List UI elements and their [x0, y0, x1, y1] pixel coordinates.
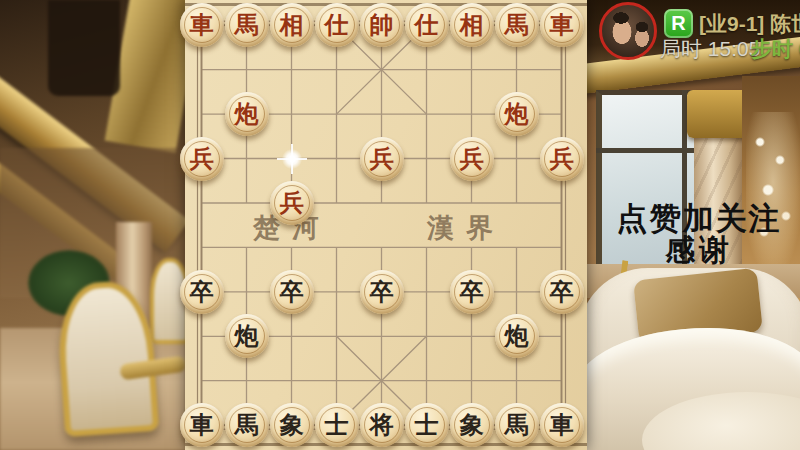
support-text-line2: 感谢 [600, 230, 798, 271]
piece-glyph: 相 [280, 13, 304, 37]
piece-glyph: 馬 [235, 13, 259, 37]
board-cell[interactable] [224, 359, 269, 403]
board-cell[interactable] [404, 181, 449, 225]
piece-black-general[interactable]: 将 [360, 403, 404, 447]
board-cell[interactable]: 兵 [539, 136, 584, 180]
board-cell[interactable] [449, 359, 494, 403]
stream-frame: 楚河 漢界 車馬相仕帥仕相馬車炮炮兵兵兵兵兵卒卒卒卒卒炮炮車馬象士将士象馬車 R… [0, 0, 800, 450]
piece-black-elephant[interactable]: 象 [270, 403, 314, 447]
piece-grid: 車馬相仕帥仕相馬車炮炮兵兵兵兵兵卒卒卒卒卒炮炮車馬象士将士象馬車 [179, 3, 584, 447]
piece-glyph: 炮 [505, 102, 529, 126]
board-cell[interactable] [404, 92, 449, 136]
board-cell[interactable] [404, 314, 449, 358]
board-cell[interactable] [224, 225, 269, 269]
board-cell[interactable]: 馬 [224, 3, 269, 47]
piece-glyph: 兵 [280, 191, 304, 215]
board-cell[interactable] [539, 181, 584, 225]
board-cell[interactable] [314, 359, 359, 403]
board-cell[interactable] [269, 225, 314, 269]
piece-red-advisor[interactable]: 仕 [405, 3, 449, 47]
board-cell[interactable] [359, 314, 404, 358]
piece-glyph: 卒 [190, 280, 214, 304]
piece-glyph: 車 [190, 13, 214, 37]
board-cell[interactable]: 車 [539, 3, 584, 47]
board-cell[interactable]: 炮 [494, 92, 539, 136]
board-cell[interactable] [494, 181, 539, 225]
piece-glyph: 相 [460, 13, 484, 37]
board-cell[interactable] [359, 359, 404, 403]
piece-glyph: 士 [325, 413, 349, 437]
xiangqi-board[interactable]: 楚河 漢界 車馬相仕帥仕相馬車炮炮兵兵兵兵兵卒卒卒卒卒炮炮車馬象士将士象馬車 [185, 0, 587, 450]
board-cell[interactable] [539, 314, 584, 358]
background-left-gold-room [0, 0, 186, 450]
piece-glyph: 象 [280, 413, 304, 437]
piece-red-advisor[interactable]: 仕 [315, 3, 359, 47]
piece-glyph: 兵 [550, 147, 574, 171]
piece-glyph: 仕 [325, 13, 349, 37]
board-cell[interactable]: 馬 [224, 403, 269, 447]
board-cell[interactable] [539, 92, 584, 136]
board-cell[interactable] [539, 225, 584, 269]
board-cell[interactable] [449, 92, 494, 136]
board-cell[interactable]: 卒 [539, 270, 584, 314]
board-cell[interactable]: 仕 [404, 3, 449, 47]
board-cell[interactable] [494, 225, 539, 269]
piece-black-soldier[interactable]: 卒 [540, 270, 584, 314]
bg-gold-capital [687, 90, 749, 138]
piece-black-soldier[interactable]: 卒 [270, 270, 314, 314]
board-cell[interactable]: 兵 [359, 136, 404, 180]
board-cell[interactable]: 卒 [269, 270, 314, 314]
board-cell[interactable] [314, 225, 359, 269]
board-cell[interactable] [494, 136, 539, 180]
piece-glyph: 仕 [415, 13, 439, 37]
board-cell[interactable] [494, 270, 539, 314]
board-cell[interactable] [224, 136, 269, 180]
piece-glyph: 象 [460, 413, 484, 437]
piece-red-cannon[interactable]: 炮 [225, 92, 269, 136]
board-cell[interactable]: 象 [269, 403, 314, 447]
board-cell[interactable]: 炮 [224, 92, 269, 136]
board-cell[interactable]: 卒 [449, 270, 494, 314]
board-cell[interactable]: 帥 [359, 3, 404, 47]
board-cell[interactable] [314, 92, 359, 136]
piece-black-advisor[interactable]: 士 [315, 403, 359, 447]
board-cell[interactable] [404, 47, 449, 91]
piece-red-cannon[interactable]: 炮 [495, 92, 539, 136]
piece-glyph: 馬 [505, 413, 529, 437]
piece-black-elephant[interactable]: 象 [450, 403, 494, 447]
board-cell[interactable]: 卒 [179, 270, 224, 314]
board-cell[interactable]: 仕 [314, 3, 359, 47]
board-cell[interactable] [449, 314, 494, 358]
piece-glyph: 卒 [550, 280, 574, 304]
piece-black-cannon[interactable]: 炮 [495, 314, 539, 358]
board-cell[interactable] [314, 181, 359, 225]
piece-black-soldier[interactable]: 卒 [450, 270, 494, 314]
board-cell[interactable]: 兵 [449, 136, 494, 180]
board-cell[interactable] [179, 359, 224, 403]
board-cell[interactable]: 相 [449, 3, 494, 47]
piece-red-soldier[interactable]: 兵 [270, 181, 314, 225]
piece-black-soldier[interactable]: 卒 [180, 270, 224, 314]
board-cell[interactable] [539, 47, 584, 91]
board-cell[interactable]: 兵 [179, 136, 224, 180]
piece-glyph: 将 [370, 413, 394, 437]
piece-red-general[interactable]: 帥 [360, 3, 404, 47]
piece-glyph: 炮 [235, 324, 259, 348]
player-name: [业9-1] 陈世柯 [699, 10, 800, 38]
board-cell[interactable]: 相 [269, 3, 314, 47]
board-cell[interactable] [314, 136, 359, 180]
piece-glyph: 帥 [370, 13, 394, 37]
board-cell[interactable] [179, 92, 224, 136]
board-cell[interactable] [404, 270, 449, 314]
board-cell[interactable] [449, 47, 494, 91]
piece-glyph: 兵 [370, 147, 394, 171]
board-cell[interactable] [404, 225, 449, 269]
piece-red-horse[interactable]: 馬 [495, 3, 539, 47]
board-cell[interactable]: 士 [314, 403, 359, 447]
board-cell[interactable] [269, 359, 314, 403]
board-cell[interactable] [359, 47, 404, 91]
board-cell[interactable]: 象 [449, 403, 494, 447]
bg-dark-archway [48, 0, 120, 96]
piece-glyph: 士 [415, 413, 439, 437]
piece-red-soldier[interactable]: 兵 [450, 137, 494, 181]
board-cell[interactable] [404, 136, 449, 180]
piece-red-soldier[interactable]: 兵 [180, 137, 224, 181]
piece-red-elephant[interactable]: 相 [450, 3, 494, 47]
board-cell[interactable] [179, 181, 224, 225]
board-cell[interactable] [404, 359, 449, 403]
piece-black-chariot[interactable]: 車 [540, 403, 584, 447]
board-cell[interactable] [179, 314, 224, 358]
board-cell[interactable]: 車 [539, 403, 584, 447]
piece-glyph: 馬 [235, 413, 259, 437]
piece-black-soldier[interactable]: 卒 [360, 270, 404, 314]
board-cell[interactable] [359, 92, 404, 136]
board-cell[interactable]: 将 [359, 403, 404, 447]
board-cell[interactable] [314, 270, 359, 314]
piece-red-soldier[interactable]: 兵 [540, 137, 584, 181]
board-cell[interactable] [224, 47, 269, 91]
board-cell[interactable] [359, 225, 404, 269]
piece-red-horse[interactable]: 馬 [225, 3, 269, 47]
piece-black-advisor[interactable]: 士 [405, 403, 449, 447]
board-cell[interactable]: 車 [179, 403, 224, 447]
piece-black-cannon[interactable]: 炮 [225, 314, 269, 358]
board-cell[interactable]: 兵 [269, 181, 314, 225]
board-cell[interactable] [314, 47, 359, 91]
piece-glyph: 車 [190, 413, 214, 437]
piece-glyph: 馬 [505, 13, 529, 37]
board-cell[interactable] [179, 47, 224, 91]
board-cell[interactable] [224, 181, 269, 225]
move-clock: 步时 0 [751, 35, 800, 63]
board-cell[interactable] [494, 47, 539, 91]
board-cell[interactable] [449, 181, 494, 225]
piece-black-horse[interactable]: 馬 [225, 403, 269, 447]
piece-glyph: 炮 [505, 324, 529, 348]
piece-black-horse[interactable]: 馬 [495, 403, 539, 447]
piece-red-chariot[interactable]: 車 [180, 3, 224, 47]
last-move-marker [282, 149, 302, 169]
board-cell[interactable]: 車 [179, 3, 224, 47]
piece-glyph: 兵 [460, 147, 484, 171]
board-cell[interactable]: 馬 [494, 403, 539, 447]
piece-glyph: 炮 [235, 102, 259, 126]
board-cell[interactable] [269, 92, 314, 136]
board-cell[interactable] [224, 270, 269, 314]
piece-glyph: 卒 [370, 280, 394, 304]
board-cell[interactable]: 馬 [494, 3, 539, 47]
piece-glyph: 兵 [190, 147, 214, 171]
board-cell[interactable]: 卒 [359, 270, 404, 314]
board-cell[interactable]: 炮 [494, 314, 539, 358]
piece-black-chariot[interactable]: 車 [180, 403, 224, 447]
piece-red-chariot[interactable]: 車 [540, 3, 584, 47]
piece-glyph: 車 [550, 13, 574, 37]
board-cell[interactable] [269, 47, 314, 91]
game-clock: 局时 15:05 [660, 35, 760, 63]
piece-red-elephant[interactable]: 相 [270, 3, 314, 47]
piece-glyph: 卒 [280, 280, 304, 304]
board-cell[interactable] [449, 225, 494, 269]
board-cell[interactable] [314, 314, 359, 358]
piece-glyph: 卒 [460, 280, 484, 304]
board-cell[interactable] [359, 181, 404, 225]
piece-glyph: 車 [550, 413, 574, 437]
board-cell[interactable]: 炮 [224, 314, 269, 358]
board-cell[interactable]: 士 [404, 403, 449, 447]
rank-badge: R [664, 9, 693, 38]
webcam-avatar[interactable] [599, 2, 657, 60]
piece-red-soldier[interactable]: 兵 [360, 137, 404, 181]
board-cell[interactable] [179, 225, 224, 269]
board-cell[interactable] [539, 359, 584, 403]
board-cell[interactable] [494, 359, 539, 403]
board-cell[interactable] [269, 314, 314, 358]
